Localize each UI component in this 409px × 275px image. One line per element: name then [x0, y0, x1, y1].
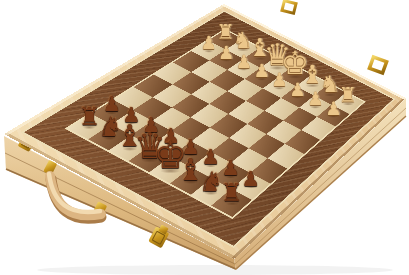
hinges-overlay: [0, 0, 409, 275]
chess-set-photo: ♜♟♟♜♞♟♟♞♝♟♟♝♛♟♟♛♚♟♟♚♝♟♟♝♞♟♟♞♜♟♟♜: [0, 0, 409, 275]
hinge-right-icon: [369, 57, 386, 73]
hinge-top-icon: [282, 1, 296, 14]
